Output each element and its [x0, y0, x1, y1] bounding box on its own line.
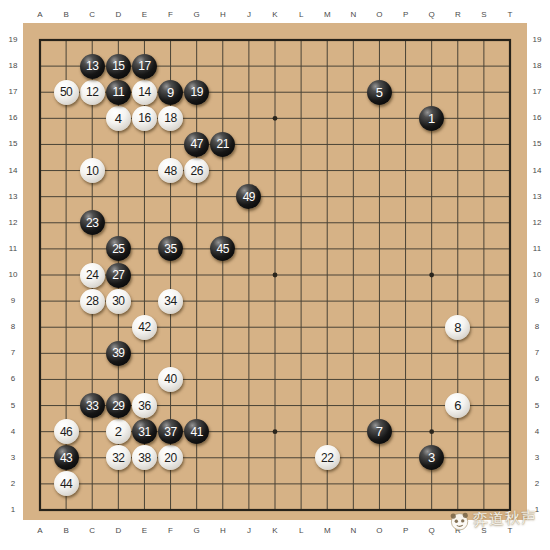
stone-white-18-F16: 18	[158, 106, 183, 131]
stone-move-number: 33	[86, 400, 98, 412]
stone-move-number: 41	[190, 426, 202, 438]
stone-move-number: 3	[428, 451, 435, 464]
stone-move-number: 18	[164, 112, 176, 124]
stone-move-number: 40	[164, 373, 176, 385]
stone-black-17-E18: 17	[132, 54, 157, 79]
stone-move-number: 13	[86, 60, 98, 72]
stone-black-37-F4: 37	[158, 419, 183, 444]
stone-move-number: 47	[190, 138, 202, 150]
stone-black-49-J13: 49	[236, 184, 261, 209]
stone-white-28-C9: 28	[80, 289, 105, 314]
stone-black-11-D17: 11	[106, 80, 131, 105]
stone-move-number: 30	[112, 295, 124, 307]
stone-move-number: 22	[321, 452, 333, 464]
stone-white-40-F6: 40	[158, 367, 183, 392]
stone-black-23-C12: 23	[80, 210, 105, 235]
stone-white-16-E16: 16	[132, 106, 157, 131]
stone-black-19-G17: 19	[184, 80, 209, 105]
stone-black-5-O17: 5	[367, 80, 392, 105]
stone-move-number: 4	[115, 112, 122, 125]
stone-white-8-R8: 8	[445, 315, 470, 340]
stone-white-46-B4: 46	[54, 419, 79, 444]
stone-move-number: 6	[454, 399, 461, 412]
stone-move-number: 34	[164, 295, 176, 307]
stone-move-number: 5	[376, 86, 383, 99]
stone-move-number: 7	[376, 425, 383, 438]
stone-white-48-F14: 48	[158, 158, 183, 183]
stone-black-13-C18: 13	[80, 54, 105, 79]
stone-black-9-F17: 9	[158, 80, 183, 105]
stone-move-number: 39	[112, 347, 124, 359]
watermark-text: 弈道秋声	[473, 508, 538, 530]
stone-move-number: 26	[190, 165, 202, 177]
stone-move-number: 24	[86, 269, 98, 281]
stone-move-number: 38	[138, 452, 150, 464]
stone-move-number: 20	[164, 452, 176, 464]
stone-move-number: 37	[164, 426, 176, 438]
stone-black-27-D10: 27	[106, 263, 131, 288]
stone-black-21-H15: 21	[210, 132, 235, 157]
stone-move-number: 32	[112, 452, 124, 464]
stone-white-14-E17: 14	[132, 80, 157, 105]
stone-move-number: 44	[60, 478, 72, 490]
stone-move-number: 21	[217, 138, 229, 150]
stones-layer: 1234567891011121314151617181920212223242…	[0, 0, 550, 550]
stone-white-30-D9: 30	[106, 289, 131, 314]
stone-move-number: 29	[112, 400, 124, 412]
stone-black-41-G4: 41	[184, 419, 209, 444]
stone-move-number: 2	[115, 425, 122, 438]
stone-move-number: 19	[190, 86, 202, 98]
stone-white-12-C17: 12	[80, 80, 105, 105]
stone-move-number: 45	[217, 243, 229, 255]
stone-white-44-B2: 44	[54, 471, 79, 496]
stone-move-number: 10	[86, 165, 98, 177]
stone-white-10-C14: 10	[80, 158, 105, 183]
stone-move-number: 28	[86, 295, 98, 307]
stone-white-42-E8: 42	[132, 315, 157, 340]
stone-move-number: 36	[138, 400, 150, 412]
stone-move-number: 8	[454, 321, 461, 334]
stone-black-35-F11: 35	[158, 236, 183, 261]
stone-black-33-C5: 33	[80, 393, 105, 418]
stone-move-number: 49	[243, 191, 255, 203]
stone-move-number: 35	[164, 243, 176, 255]
stone-black-1-Q16: 1	[419, 106, 444, 131]
stone-white-4-D16: 4	[106, 106, 131, 131]
stone-move-number: 11	[113, 86, 124, 98]
stone-white-22-M3: 22	[315, 445, 340, 470]
stone-white-24-C10: 24	[80, 263, 105, 288]
stone-move-number: 17	[138, 60, 150, 72]
stone-white-34-F9: 34	[158, 289, 183, 314]
stone-black-29-D5: 29	[106, 393, 131, 418]
go-diagram: 1234567891011121314151617181920212223242…	[0, 0, 550, 550]
stone-move-number: 14	[138, 86, 150, 98]
stone-white-50-B17: 50	[54, 80, 79, 105]
panda-face-logo-icon	[449, 510, 471, 532]
stone-white-38-E3: 38	[132, 445, 157, 470]
stone-move-number: 27	[112, 269, 124, 281]
stone-move-number: 43	[60, 452, 72, 464]
stone-black-43-B3: 43	[54, 445, 79, 470]
stone-move-number: 1	[428, 112, 435, 125]
stone-white-32-D3: 32	[106, 445, 131, 470]
stone-move-number: 9	[167, 86, 174, 99]
stone-white-2-D4: 2	[106, 419, 131, 444]
stone-black-45-H11: 45	[210, 236, 235, 261]
stone-black-39-D7: 39	[106, 341, 131, 366]
stone-move-number: 25	[112, 243, 124, 255]
stone-move-number: 15	[112, 60, 124, 72]
stone-move-number: 48	[164, 165, 176, 177]
stone-black-7-O4: 7	[367, 419, 392, 444]
stone-black-3-Q3: 3	[419, 445, 444, 470]
stone-move-number: 16	[138, 112, 150, 124]
stone-white-26-G14: 26	[184, 158, 209, 183]
stone-move-number: 42	[138, 321, 150, 333]
stone-move-number: 46	[60, 426, 72, 438]
stone-black-25-D11: 25	[106, 236, 131, 261]
stone-move-number: 23	[86, 217, 98, 229]
stone-black-15-D18: 15	[106, 54, 131, 79]
stone-white-36-E5: 36	[132, 393, 157, 418]
stone-black-47-G15: 47	[184, 132, 209, 157]
stone-white-6-R5: 6	[445, 393, 470, 418]
stone-move-number: 31	[138, 426, 150, 438]
stone-white-20-F3: 20	[158, 445, 183, 470]
stone-move-number: 50	[60, 86, 72, 98]
stone-move-number: 12	[86, 86, 98, 98]
stone-black-31-E4: 31	[132, 419, 157, 444]
